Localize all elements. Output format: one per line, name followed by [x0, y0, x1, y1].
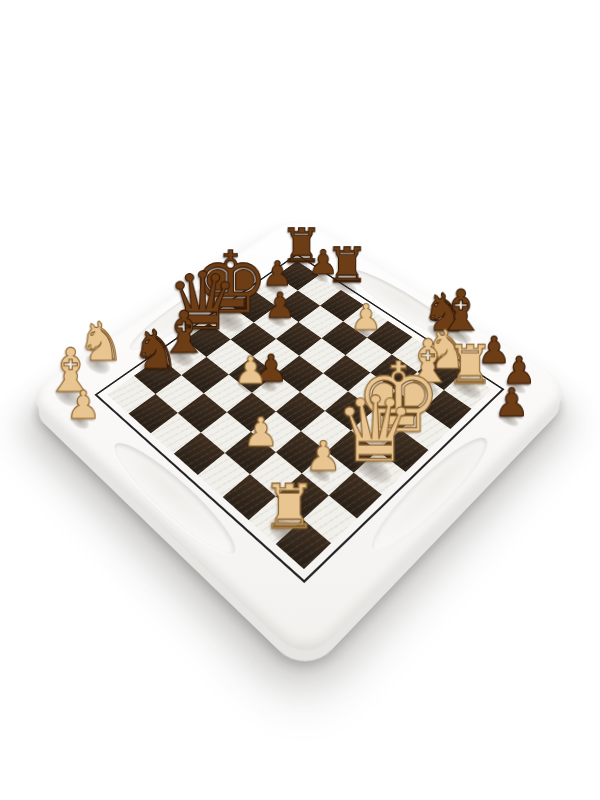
piece-white-pawn-d6: ♟: [234, 353, 268, 388]
chess-board-3d: ♞♝♛♚♟♜♟♜♟♟♞♝♟♟♟♟♟♟♟♝♞♜♜♛♚♝♞♟: [25, 215, 574, 665]
piece-black-knight-b8: ♞: [131, 325, 179, 375]
piece-white-pawn-b4: ♟: [242, 414, 278, 451]
photo-scene: ♞♝♛♚♟♜♟♜♟♟♞♝♟♟♟♟♟♟♟♝♞♜♜♛♚♝♞♟: [0, 0, 600, 800]
piece-black-pawn-tray-right: ♟: [494, 385, 529, 421]
piece-white-pawn-tray-left: ♟: [66, 387, 101, 423]
piece-white-queen-d1: ♛: [335, 389, 416, 472]
piece-white-rook-h1: ♜: [446, 340, 494, 390]
piece-white-rook-a1: ♜: [262, 480, 317, 537]
piece-black-pawn-f7: ♟: [264, 290, 296, 323]
piece-white-pawn-c2: ♟: [305, 438, 342, 476]
piece-black-rook-h6: ♜: [326, 243, 369, 288]
piece-white-pawn-h5: ♟: [350, 301, 382, 334]
